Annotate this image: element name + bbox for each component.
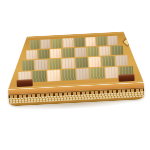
checker-cell	[85, 37, 96, 46]
checker-cell	[62, 58, 75, 69]
checker-cell	[47, 70, 61, 81]
checker-cell	[32, 70, 46, 81]
board-box	[5, 30, 144, 106]
checker-cell	[90, 67, 104, 78]
checker-cell	[52, 39, 63, 48]
checker-cell	[88, 56, 101, 67]
checker-cell	[61, 69, 75, 80]
checker-cell	[104, 67, 118, 78]
checker-cell	[63, 38, 74, 47]
checker-cell	[38, 49, 50, 59]
checker-cell	[76, 68, 90, 79]
checker-cell	[50, 48, 62, 58]
checker-cell	[29, 40, 40, 49]
checker-cell	[41, 39, 52, 48]
left-latch-recess	[17, 79, 33, 87]
checker-cell	[87, 46, 99, 56]
checker-cell	[96, 36, 107, 45]
checker-cell	[22, 60, 35, 71]
checker-cell	[74, 47, 86, 57]
checker-cell	[99, 46, 111, 56]
right-latch-recess	[118, 74, 134, 82]
checker-cell	[25, 49, 37, 59]
checker-cell	[115, 55, 128, 66]
board-top-face	[5, 30, 144, 89]
checker-cell	[75, 57, 88, 68]
checker-cell	[35, 59, 48, 70]
board-photo	[0, 0, 150, 150]
checker-cell	[107, 36, 118, 45]
checker-cell	[62, 48, 74, 58]
checker-cell	[102, 56, 115, 67]
checker-cell	[111, 45, 123, 55]
checker-cell	[48, 59, 61, 70]
checker-cell	[74, 37, 85, 46]
